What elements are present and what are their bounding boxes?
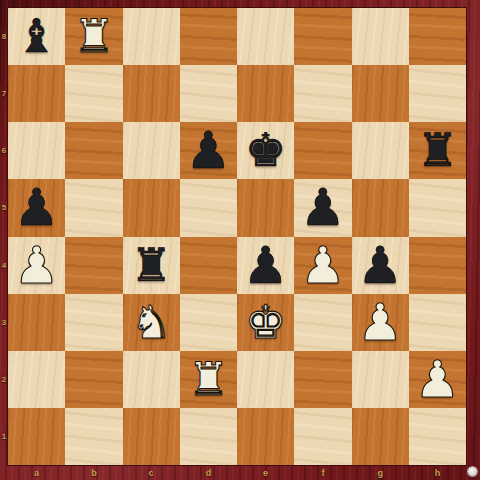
square-a7[interactable] bbox=[8, 65, 65, 122]
square-b1[interactable] bbox=[65, 408, 122, 465]
white-pawn[interactable]: ♟ bbox=[415, 351, 461, 408]
black-pawn[interactable]: ♟ bbox=[243, 237, 289, 294]
square-c8[interactable] bbox=[123, 8, 180, 65]
rank-label-5: 5 bbox=[0, 179, 8, 236]
square-g4[interactable]: ♟ bbox=[352, 237, 409, 294]
square-e1[interactable] bbox=[237, 408, 294, 465]
square-e5[interactable] bbox=[237, 179, 294, 236]
file-label-b: b bbox=[65, 466, 122, 479]
square-e2[interactable] bbox=[237, 351, 294, 408]
white-rook[interactable]: ♜ bbox=[73, 8, 114, 65]
square-g2[interactable] bbox=[352, 351, 409, 408]
white-knight[interactable]: ♞ bbox=[131, 294, 172, 351]
square-h2[interactable]: ♟ bbox=[409, 351, 466, 408]
rank-label-6: 6 bbox=[0, 122, 8, 179]
file-label-a: a bbox=[8, 466, 65, 479]
square-d6[interactable]: ♟ bbox=[180, 122, 237, 179]
square-h3[interactable] bbox=[409, 294, 466, 351]
square-e8[interactable] bbox=[237, 8, 294, 65]
square-c4[interactable]: ♜ bbox=[123, 237, 180, 294]
rank-label-4: 4 bbox=[0, 237, 8, 294]
square-d5[interactable] bbox=[180, 179, 237, 236]
black-pawn[interactable]: ♟ bbox=[300, 179, 346, 236]
square-b5[interactable] bbox=[65, 179, 122, 236]
square-f1[interactable] bbox=[294, 408, 351, 465]
square-h7[interactable] bbox=[409, 65, 466, 122]
white-pawn[interactable]: ♟ bbox=[14, 237, 60, 294]
rank-label-3: 3 bbox=[0, 294, 8, 351]
black-pawn[interactable]: ♟ bbox=[357, 237, 403, 294]
square-c2[interactable] bbox=[123, 351, 180, 408]
square-f2[interactable] bbox=[294, 351, 351, 408]
square-b8[interactable]: ♜ bbox=[65, 8, 122, 65]
square-a4[interactable]: ♟ bbox=[8, 237, 65, 294]
square-h1[interactable] bbox=[409, 408, 466, 465]
square-c1[interactable] bbox=[123, 408, 180, 465]
file-label-e: e bbox=[237, 466, 294, 479]
square-g5[interactable] bbox=[352, 179, 409, 236]
square-e6[interactable]: ♚ bbox=[237, 122, 294, 179]
square-f5[interactable]: ♟ bbox=[294, 179, 351, 236]
file-label-h: h bbox=[409, 466, 466, 479]
square-h4[interactable] bbox=[409, 237, 466, 294]
square-c3[interactable]: ♞ bbox=[123, 294, 180, 351]
square-c6[interactable] bbox=[123, 122, 180, 179]
chess-board: ♝♜♟♚♜♟♟♟♜♟♟♟♞♚♟♜♟ bbox=[8, 8, 466, 465]
square-a2[interactable] bbox=[8, 351, 65, 408]
file-label-f: f bbox=[294, 466, 351, 479]
black-pawn[interactable]: ♟ bbox=[186, 122, 232, 179]
black-rook[interactable]: ♜ bbox=[131, 237, 172, 294]
board-frame: ♝♜♟♚♜♟♟♟♜♟♟♟♞♚♟♜♟ 87654321abcdefgh bbox=[0, 0, 480, 480]
square-a8[interactable]: ♝ bbox=[8, 8, 65, 65]
square-c5[interactable] bbox=[123, 179, 180, 236]
square-d2[interactable]: ♜ bbox=[180, 351, 237, 408]
square-d8[interactable] bbox=[180, 8, 237, 65]
square-f7[interactable] bbox=[294, 65, 351, 122]
square-b2[interactable] bbox=[65, 351, 122, 408]
black-pawn[interactable]: ♟ bbox=[14, 179, 60, 236]
square-h5[interactable] bbox=[409, 179, 466, 236]
rank-label-1: 1 bbox=[0, 408, 8, 465]
square-e4[interactable]: ♟ bbox=[237, 237, 294, 294]
square-d7[interactable] bbox=[180, 65, 237, 122]
rank-label-2: 2 bbox=[0, 351, 8, 408]
square-f3[interactable] bbox=[294, 294, 351, 351]
white-rook[interactable]: ♜ bbox=[188, 351, 229, 408]
rank-label-8: 8 bbox=[0, 8, 8, 65]
square-g1[interactable] bbox=[352, 408, 409, 465]
square-g8[interactable] bbox=[352, 8, 409, 65]
square-a6[interactable] bbox=[8, 122, 65, 179]
square-a1[interactable] bbox=[8, 408, 65, 465]
square-g6[interactable] bbox=[352, 122, 409, 179]
square-d3[interactable] bbox=[180, 294, 237, 351]
square-d4[interactable] bbox=[180, 237, 237, 294]
square-e7[interactable] bbox=[237, 65, 294, 122]
square-a3[interactable] bbox=[8, 294, 65, 351]
square-h8[interactable] bbox=[409, 8, 466, 65]
white-king[interactable]: ♚ bbox=[245, 294, 286, 351]
square-b7[interactable] bbox=[65, 65, 122, 122]
black-bishop[interactable]: ♝ bbox=[16, 8, 57, 65]
square-b6[interactable] bbox=[65, 122, 122, 179]
file-label-c: c bbox=[123, 466, 180, 479]
black-rook[interactable]: ♜ bbox=[417, 122, 458, 179]
square-h6[interactable]: ♜ bbox=[409, 122, 466, 179]
white-to-move-indicator bbox=[468, 467, 477, 476]
square-g3[interactable]: ♟ bbox=[352, 294, 409, 351]
square-b3[interactable] bbox=[65, 294, 122, 351]
square-d1[interactable] bbox=[180, 408, 237, 465]
square-f8[interactable] bbox=[294, 8, 351, 65]
white-pawn[interactable]: ♟ bbox=[357, 294, 403, 351]
white-pawn[interactable]: ♟ bbox=[300, 237, 346, 294]
square-b4[interactable] bbox=[65, 237, 122, 294]
square-e3[interactable]: ♚ bbox=[237, 294, 294, 351]
square-g7[interactable] bbox=[352, 65, 409, 122]
rank-label-7: 7 bbox=[0, 65, 8, 122]
square-f4[interactable]: ♟ bbox=[294, 237, 351, 294]
square-c7[interactable] bbox=[123, 65, 180, 122]
file-label-g: g bbox=[352, 466, 409, 479]
square-f6[interactable] bbox=[294, 122, 351, 179]
black-king[interactable]: ♚ bbox=[245, 122, 286, 179]
file-label-d: d bbox=[180, 466, 237, 479]
square-a5[interactable]: ♟ bbox=[8, 179, 65, 236]
